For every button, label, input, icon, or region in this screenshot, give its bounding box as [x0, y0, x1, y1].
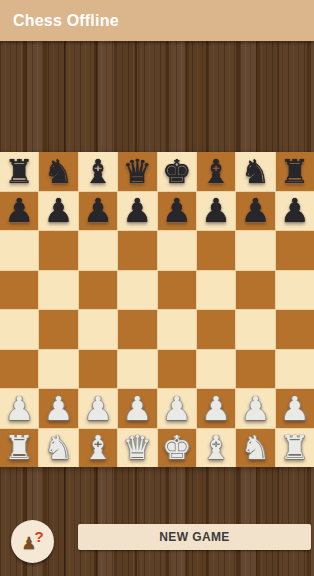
- square-a6[interactable]: [0, 231, 38, 270]
- square-c2[interactable]: ♟: [79, 389, 117, 428]
- black-rook: ♜: [280, 155, 310, 188]
- white-pawn: ♟: [4, 392, 34, 425]
- square-h4[interactable]: [276, 310, 314, 349]
- white-king: ♚: [162, 431, 192, 464]
- square-g2[interactable]: ♟: [236, 389, 274, 428]
- white-pawn: ♟: [44, 392, 74, 425]
- square-h3[interactable]: [276, 350, 314, 389]
- square-h2[interactable]: ♟: [276, 389, 314, 428]
- square-c8[interactable]: ♝: [79, 152, 117, 191]
- black-pawn: ♟: [4, 194, 34, 227]
- square-e2[interactable]: ♟: [158, 389, 196, 428]
- square-d4[interactable]: [118, 310, 156, 349]
- black-pawn: ♟: [123, 194, 153, 227]
- chess-board: ♜♞♝♛♚♝♞♜♟♟♟♟♟♟♟♟♟♟♟♟♟♟♟♟♜♞♝♛♚♝♞♜: [0, 152, 314, 467]
- square-e1[interactable]: ♚: [158, 429, 196, 468]
- white-pawn: ♟: [280, 392, 310, 425]
- square-d1[interactable]: ♛: [118, 429, 156, 468]
- question-mark-icon: ?: [35, 529, 44, 544]
- square-h5[interactable]: [276, 271, 314, 310]
- square-b1[interactable]: ♞: [39, 429, 77, 468]
- white-queen: ♛: [123, 431, 153, 464]
- square-b8[interactable]: ♞: [39, 152, 77, 191]
- square-b7[interactable]: ♟: [39, 192, 77, 231]
- square-h6[interactable]: [276, 231, 314, 270]
- black-knight: ♞: [44, 155, 74, 188]
- black-pawn: ♟: [280, 194, 310, 227]
- square-d7[interactable]: ♟: [118, 192, 156, 231]
- black-pawn: ♟: [44, 194, 74, 227]
- square-c1[interactable]: ♝: [79, 429, 117, 468]
- black-king: ♚: [162, 155, 192, 188]
- square-c3[interactable]: [79, 350, 117, 389]
- square-e5[interactable]: [158, 271, 196, 310]
- square-h8[interactable]: ♜: [276, 152, 314, 191]
- black-pawn: ♟: [241, 194, 271, 227]
- square-b3[interactable]: [39, 350, 77, 389]
- square-d2[interactable]: ♟: [118, 389, 156, 428]
- square-f5[interactable]: [197, 271, 235, 310]
- black-rook: ♜: [4, 155, 34, 188]
- black-queen: ♛: [123, 155, 153, 188]
- square-f4[interactable]: [197, 310, 235, 349]
- square-f2[interactable]: ♟: [197, 389, 235, 428]
- help-button[interactable]: ♟ ?: [11, 520, 54, 563]
- square-e7[interactable]: ♟: [158, 192, 196, 231]
- square-e8[interactable]: ♚: [158, 152, 196, 191]
- page-title: Chess Offline: [0, 12, 119, 30]
- square-g6[interactable]: [236, 231, 274, 270]
- white-pawn: ♟: [201, 392, 231, 425]
- square-f7[interactable]: ♟: [197, 192, 235, 231]
- square-b2[interactable]: ♟: [39, 389, 77, 428]
- black-bishop: ♝: [83, 155, 113, 188]
- square-d8[interactable]: ♛: [118, 152, 156, 191]
- black-bishop: ♝: [201, 155, 231, 188]
- white-pawn: ♟: [83, 392, 113, 425]
- square-g7[interactable]: ♟: [236, 192, 274, 231]
- square-c6[interactable]: [79, 231, 117, 270]
- square-b5[interactable]: [39, 271, 77, 310]
- square-f1[interactable]: ♝: [197, 429, 235, 468]
- white-pawn: ♟: [123, 392, 153, 425]
- white-knight: ♞: [44, 431, 74, 464]
- square-f3[interactable]: [197, 350, 235, 389]
- new-game-button[interactable]: NEW GAME: [78, 524, 311, 550]
- square-h1[interactable]: ♜: [276, 429, 314, 468]
- white-pawn: ♟: [162, 392, 192, 425]
- square-g3[interactable]: [236, 350, 274, 389]
- square-d3[interactable]: [118, 350, 156, 389]
- square-g8[interactable]: ♞: [236, 152, 274, 191]
- app-screen: Chess Offline ♜♞♝♛♚♝♞♜♟♟♟♟♟♟♟♟♟♟♟♟♟♟♟♟♜♞…: [0, 0, 314, 576]
- white-bishop: ♝: [83, 431, 113, 464]
- square-a8[interactable]: ♜: [0, 152, 38, 191]
- square-c5[interactable]: [79, 271, 117, 310]
- square-h7[interactable]: ♟: [276, 192, 314, 231]
- square-b4[interactable]: [39, 310, 77, 349]
- square-a5[interactable]: [0, 271, 38, 310]
- white-rook: ♜: [4, 431, 34, 464]
- black-pawn: ♟: [83, 194, 113, 227]
- square-c7[interactable]: ♟: [79, 192, 117, 231]
- white-rook: ♜: [280, 431, 310, 464]
- black-pawn: ♟: [201, 194, 231, 227]
- square-b6[interactable]: [39, 231, 77, 270]
- square-e3[interactable]: [158, 350, 196, 389]
- square-f8[interactable]: ♝: [197, 152, 235, 191]
- square-g5[interactable]: [236, 271, 274, 310]
- square-c4[interactable]: [79, 310, 117, 349]
- square-a1[interactable]: ♜: [0, 429, 38, 468]
- square-g1[interactable]: ♞: [236, 429, 274, 468]
- square-a4[interactable]: [0, 310, 38, 349]
- square-d5[interactable]: [118, 271, 156, 310]
- white-bishop: ♝: [201, 431, 231, 464]
- square-d6[interactable]: [118, 231, 156, 270]
- square-a7[interactable]: ♟: [0, 192, 38, 231]
- square-g4[interactable]: [236, 310, 274, 349]
- app-header: Chess Offline: [0, 0, 314, 41]
- white-knight: ♞: [241, 431, 271, 464]
- square-e4[interactable]: [158, 310, 196, 349]
- square-a2[interactable]: ♟: [0, 389, 38, 428]
- square-e6[interactable]: [158, 231, 196, 270]
- white-pawn: ♟: [241, 392, 271, 425]
- black-knight: ♞: [241, 155, 271, 188]
- square-f6[interactable]: [197, 231, 235, 270]
- square-a3[interactable]: [0, 350, 38, 389]
- black-pawn: ♟: [162, 194, 192, 227]
